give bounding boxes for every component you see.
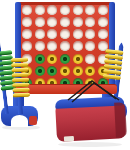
empty-hole bbox=[73, 5, 83, 15]
empty-hole bbox=[98, 5, 108, 15]
cell-r2c2[interactable] bbox=[34, 16, 47, 28]
empty-hole bbox=[35, 29, 45, 39]
empty-hole bbox=[22, 17, 32, 27]
empty-hole bbox=[98, 17, 108, 27]
empty-hole bbox=[22, 41, 32, 51]
cell-r3c2[interactable] bbox=[34, 28, 47, 40]
cell-r4c4[interactable] bbox=[59, 40, 72, 52]
cell-r4c6[interactable] bbox=[84, 40, 97, 52]
cell-r1c4[interactable] bbox=[59, 4, 72, 16]
empty-hole bbox=[47, 41, 57, 51]
left-foot-arch-cutout bbox=[11, 115, 28, 127]
green-disc bbox=[35, 66, 45, 76]
cell-r4c5[interactable] bbox=[71, 40, 84, 52]
empty-hole bbox=[85, 41, 95, 51]
green-disc bbox=[35, 54, 45, 64]
empty-hole bbox=[22, 29, 32, 39]
yellow-disc bbox=[73, 66, 83, 76]
yellow-disc bbox=[85, 66, 95, 76]
empty-hole bbox=[85, 29, 95, 39]
cell-r2c7[interactable] bbox=[96, 16, 109, 28]
cell-r5c3[interactable] bbox=[46, 53, 59, 65]
cell-r4c3[interactable] bbox=[46, 40, 59, 52]
empty-hole bbox=[47, 17, 57, 27]
cell-r5c4[interactable] bbox=[59, 53, 72, 65]
empty-hole bbox=[73, 17, 83, 27]
green-disc bbox=[47, 66, 57, 76]
bag-end-shading bbox=[114, 102, 127, 138]
cell-r3c5[interactable] bbox=[71, 28, 84, 40]
empty-hole bbox=[85, 5, 95, 15]
empty-hole bbox=[35, 17, 45, 27]
empty-hole bbox=[85, 54, 95, 64]
cell-r1c2[interactable] bbox=[34, 4, 47, 16]
cell-r3c3[interactable] bbox=[46, 28, 59, 40]
cell-r3c4[interactable] bbox=[59, 28, 72, 40]
yellow-disc bbox=[73, 54, 83, 64]
cell-r5c2[interactable] bbox=[34, 53, 47, 65]
yellow-ring bbox=[13, 93, 30, 98]
empty-hole bbox=[73, 29, 83, 39]
green-disc bbox=[60, 54, 70, 64]
cell-r5c5[interactable] bbox=[71, 53, 84, 65]
cell-r2c5[interactable] bbox=[71, 16, 84, 28]
cell-r6c2[interactable] bbox=[34, 65, 47, 77]
empty-hole bbox=[22, 5, 32, 15]
cell-r2c1[interactable] bbox=[21, 16, 34, 28]
cell-r5c6[interactable] bbox=[84, 53, 97, 65]
cell-r2c3[interactable] bbox=[46, 16, 59, 28]
bag-label bbox=[64, 136, 74, 142]
yellow-disc bbox=[47, 54, 57, 64]
empty-hole bbox=[47, 5, 57, 15]
bag-carry-straps bbox=[58, 76, 124, 104]
empty-hole bbox=[60, 29, 70, 39]
cell-r6c3[interactable] bbox=[46, 65, 59, 77]
cell-r3c1[interactable] bbox=[21, 28, 34, 40]
cell-r4c1[interactable] bbox=[21, 40, 34, 52]
product-photo-giant-connect-four bbox=[0, 0, 130, 150]
cell-r1c3[interactable] bbox=[46, 4, 59, 16]
empty-hole bbox=[98, 29, 108, 39]
cell-r2c4[interactable] bbox=[59, 16, 72, 28]
yellow-ring-stack-left[interactable] bbox=[11, 58, 30, 99]
left-foot-red-cap bbox=[29, 116, 37, 125]
cell-r1c1[interactable] bbox=[21, 4, 34, 16]
cell-r3c7[interactable] bbox=[96, 28, 109, 40]
cell-r4c2[interactable] bbox=[34, 40, 47, 52]
cell-r1c5[interactable] bbox=[71, 4, 84, 16]
empty-hole bbox=[60, 17, 70, 27]
empty-hole bbox=[60, 41, 70, 51]
empty-hole bbox=[73, 41, 83, 51]
empty-hole bbox=[35, 41, 45, 51]
board-top-slot-rail bbox=[18, 2, 113, 5]
empty-hole bbox=[60, 5, 70, 15]
cell-r3c6[interactable] bbox=[84, 28, 97, 40]
empty-hole bbox=[85, 17, 95, 27]
yellow-disc bbox=[60, 66, 70, 76]
empty-hole bbox=[35, 5, 45, 15]
cell-r2c6[interactable] bbox=[84, 16, 97, 28]
cell-r1c6[interactable] bbox=[84, 4, 97, 16]
empty-hole bbox=[47, 29, 57, 39]
cell-r1c7[interactable] bbox=[96, 4, 109, 16]
